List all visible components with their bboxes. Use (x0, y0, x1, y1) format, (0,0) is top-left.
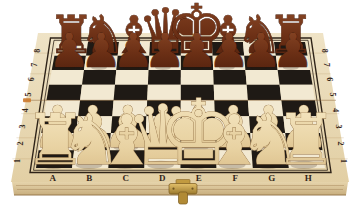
rank-label-right-7: 7 (322, 63, 331, 67)
rank-label-left-1: 1 (13, 159, 22, 163)
rank-label-right-1: 1 (339, 159, 348, 163)
clasp-screw (191, 188, 193, 190)
rank-label-left-6: 6 (27, 77, 36, 81)
rank-label-right-8: 8 (320, 49, 329, 53)
rank-label-left-7: 7 (30, 63, 39, 67)
rank-label-right-6: 6 (325, 77, 334, 81)
rank-label-right-2: 2 (336, 142, 345, 146)
piece-black-pawn-h7: ♟ (272, 23, 314, 78)
clasp-hook (179, 192, 188, 204)
chess-set-product-photo: ABCDEFGH8877665544332211♜♞♝♛♚♝♞♜♟♟♟♟♟♟♟♟… (0, 0, 360, 208)
clasp-screw (172, 188, 174, 190)
chess-board-svg: ABCDEFGH8877665544332211♜♞♝♛♚♝♞♜♟♟♟♟♟♟♟♟… (0, 0, 360, 208)
piece-white-rook-h1: ♜ (274, 99, 337, 180)
rank-label-left-8: 8 (33, 49, 42, 53)
